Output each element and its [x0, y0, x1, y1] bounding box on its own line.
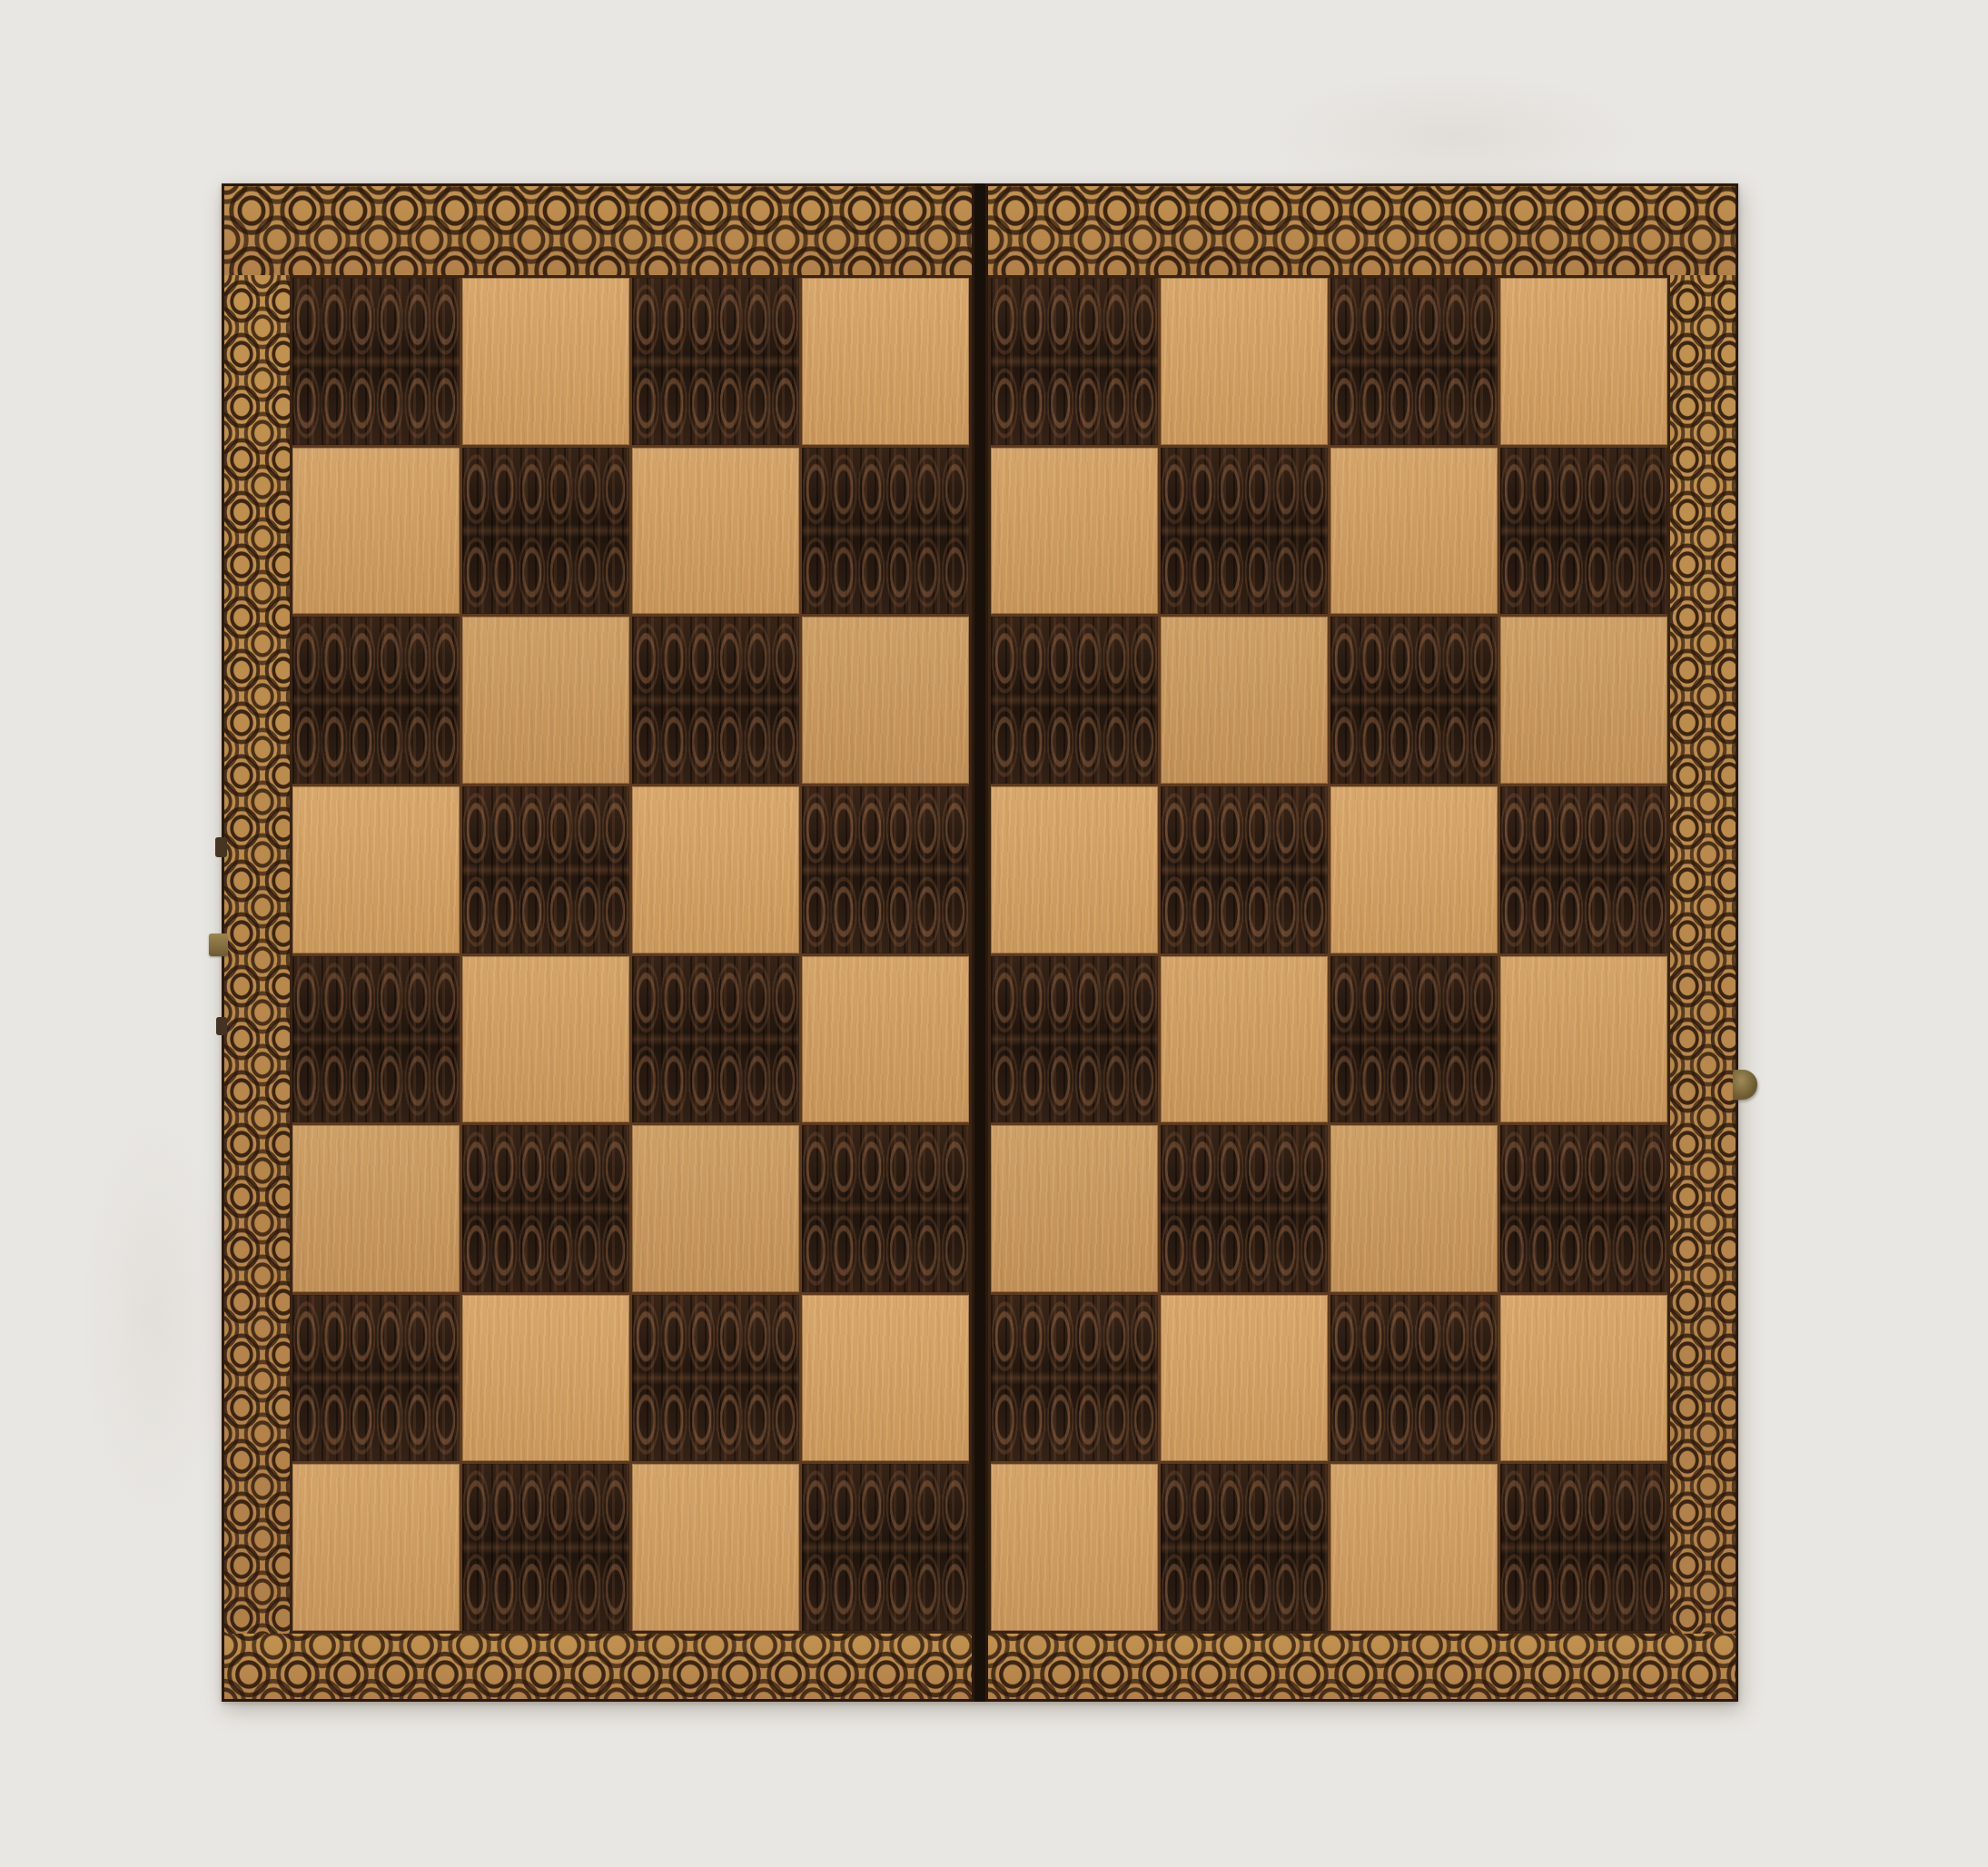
- brass-clasp-knob-icon: [1733, 1070, 1757, 1100]
- border-bottom-left-leaf: [224, 1634, 972, 1699]
- square-e7[interactable]: [991, 448, 1158, 615]
- square-c2[interactable]: [632, 1295, 799, 1462]
- border-top-right-leaf: [988, 186, 1736, 275]
- square-e2[interactable]: [991, 1295, 1158, 1462]
- square-b1[interactable]: [462, 1464, 629, 1631]
- square-d6[interactable]: [802, 617, 969, 784]
- square-e5[interactable]: [991, 786, 1158, 953]
- square-g3[interactable]: [1330, 1125, 1498, 1292]
- border-top-left-leaf: [224, 186, 972, 275]
- hinge-pin-icon: [216, 1017, 227, 1035]
- square-d5[interactable]: [802, 786, 969, 953]
- square-c8[interactable]: [632, 278, 799, 445]
- square-b2[interactable]: [462, 1295, 629, 1462]
- square-e8[interactable]: [991, 278, 1158, 445]
- square-a5[interactable]: [292, 786, 460, 953]
- board-left-leaf: [222, 183, 974, 1702]
- square-b3[interactable]: [462, 1125, 629, 1292]
- border-bottom-right-leaf: [988, 1634, 1736, 1699]
- square-e4[interactable]: [991, 956, 1158, 1123]
- square-f8[interactable]: [1161, 278, 1328, 445]
- square-e1[interactable]: [991, 1464, 1158, 1631]
- square-b5[interactable]: [462, 786, 629, 953]
- square-a2[interactable]: [292, 1295, 460, 1462]
- square-a8[interactable]: [292, 278, 460, 445]
- brass-hinge-tab-icon: [209, 933, 228, 956]
- square-h7[interactable]: [1500, 448, 1667, 615]
- square-g7[interactable]: [1330, 448, 1498, 615]
- square-f6[interactable]: [1161, 617, 1328, 784]
- square-f5[interactable]: [1161, 786, 1328, 953]
- square-a3[interactable]: [292, 1125, 460, 1292]
- square-h2[interactable]: [1500, 1295, 1667, 1462]
- square-h8[interactable]: [1500, 278, 1667, 445]
- square-b8[interactable]: [462, 278, 629, 445]
- square-g5[interactable]: [1330, 786, 1498, 953]
- hinge-pin-icon: [215, 837, 227, 857]
- square-d1[interactable]: [802, 1464, 969, 1631]
- square-g1[interactable]: [1330, 1464, 1498, 1631]
- square-a4[interactable]: [292, 956, 460, 1123]
- square-h5[interactable]: [1500, 786, 1667, 953]
- square-c6[interactable]: [632, 617, 799, 784]
- photo-background: [0, 0, 1988, 1867]
- square-h6[interactable]: [1500, 617, 1667, 784]
- square-c1[interactable]: [632, 1464, 799, 1631]
- square-b6[interactable]: [462, 617, 629, 784]
- folding-chessboard: [222, 183, 1738, 1702]
- square-b7[interactable]: [462, 448, 629, 615]
- square-f2[interactable]: [1161, 1295, 1328, 1462]
- square-a1[interactable]: [292, 1464, 460, 1631]
- square-g4[interactable]: [1330, 956, 1498, 1123]
- square-f7[interactable]: [1161, 448, 1328, 615]
- square-e6[interactable]: [991, 617, 1158, 784]
- board-right-leaf: [985, 183, 1738, 1702]
- square-e3[interactable]: [991, 1125, 1158, 1292]
- square-c3[interactable]: [632, 1125, 799, 1292]
- border-right-edge: [1670, 275, 1736, 1634]
- square-d8[interactable]: [802, 278, 969, 445]
- square-h4[interactable]: [1500, 956, 1667, 1123]
- squares-right-leaf: [988, 275, 1670, 1634]
- square-f1[interactable]: [1161, 1464, 1328, 1631]
- square-c5[interactable]: [632, 786, 799, 953]
- square-a6[interactable]: [292, 617, 460, 784]
- square-c7[interactable]: [632, 448, 799, 615]
- square-g6[interactable]: [1330, 617, 1498, 784]
- square-d2[interactable]: [802, 1295, 969, 1462]
- square-f3[interactable]: [1161, 1125, 1328, 1292]
- square-b4[interactable]: [462, 956, 629, 1123]
- square-a7[interactable]: [292, 448, 460, 615]
- square-d7[interactable]: [802, 448, 969, 615]
- border-left-edge: [224, 275, 290, 1634]
- square-d3[interactable]: [802, 1125, 969, 1292]
- square-d4[interactable]: [802, 956, 969, 1123]
- square-h3[interactable]: [1500, 1125, 1667, 1292]
- square-h1[interactable]: [1500, 1464, 1667, 1631]
- square-c4[interactable]: [632, 956, 799, 1123]
- square-g2[interactable]: [1330, 1295, 1498, 1462]
- square-g8[interactable]: [1330, 278, 1498, 445]
- square-f4[interactable]: [1161, 956, 1328, 1123]
- squares-left-leaf: [290, 275, 972, 1634]
